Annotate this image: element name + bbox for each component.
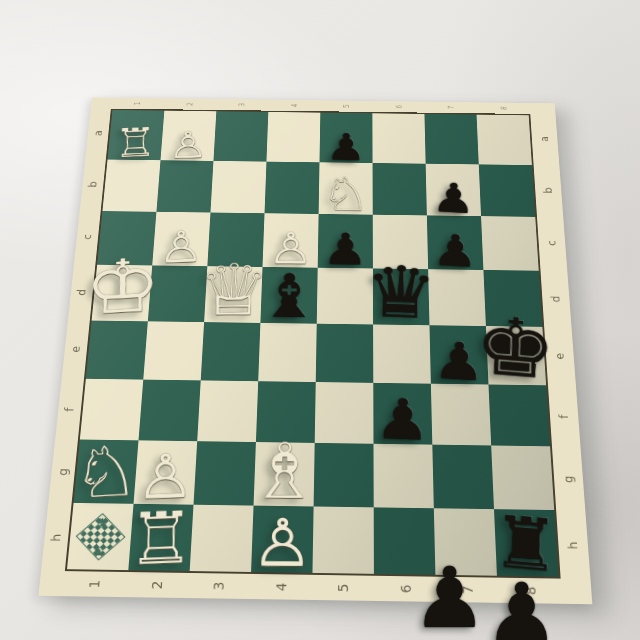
us-chess-corner-logo: ♞♞	[76, 513, 126, 561]
captured-black-pawn-1[interactable]: ♟	[412, 556, 487, 640]
square-e8[interactable]: ♚	[486, 326, 546, 385]
square-b6[interactable]	[373, 163, 427, 215]
square-e2[interactable]	[143, 321, 204, 380]
piece-white-pawn-h4[interactable]: ♙	[251, 510, 314, 576]
square-h2[interactable]: ♖	[128, 504, 193, 571]
piece-white-pawn-a2[interactable]: ♙	[168, 126, 208, 164]
square-b7[interactable]: ♟	[426, 164, 481, 216]
square-a1[interactable]: ♖	[108, 110, 165, 160]
piece-white-rook-a1[interactable]: ♖	[114, 122, 157, 163]
square-h5[interactable]	[312, 506, 373, 573]
square-b2[interactable]	[156, 160, 213, 212]
logo-knight-icon: ♞	[97, 515, 110, 529]
piece-white-knight-b5[interactable]: ♘	[321, 171, 371, 218]
piece-black-pawn-c5[interactable]: ♟	[322, 227, 368, 271]
piece-black-pawn-f6[interactable]: ♟	[374, 391, 430, 449]
piece-white-rook-h2[interactable]: ♖	[127, 502, 195, 575]
square-d4[interactable]: ♝	[260, 267, 317, 324]
piece-black-pawn-c7[interactable]: ♟	[432, 228, 478, 274]
piece-white-bishop-g4[interactable]: ♗	[246, 433, 321, 510]
square-a4[interactable]	[266, 112, 320, 162]
piece-black-queen-d6[interactable]: ♛	[363, 256, 437, 330]
square-a7[interactable]	[424, 114, 478, 164]
square-a8[interactable]	[477, 115, 532, 165]
piece-black-pawn-b7[interactable]: ♟	[431, 177, 475, 220]
square-b1[interactable]	[102, 160, 160, 212]
piece-white-pawn-c2[interactable]: ♙	[158, 225, 204, 270]
piece-black-king-e8[interactable]: ♚	[473, 305, 556, 391]
piece-black-bishop-d4[interactable]: ♝	[258, 266, 320, 326]
square-h3[interactable]	[190, 505, 254, 572]
square-g4[interactable]: ♗	[254, 442, 315, 506]
square-b4[interactable]	[265, 162, 320, 214]
playing-area: ♖♙♟♘♟♙♙♟♟♔♕♝♛♟♚♟♘♙♗♞♞♖♙♜	[65, 109, 561, 579]
square-b8[interactable]	[479, 164, 535, 216]
photo-scene: 12345678 abcdefgh abcdefgh 12345678 ♘ US…	[0, 0, 640, 640]
square-b5[interactable]: ♘	[319, 162, 373, 214]
square-c4[interactable]: ♙	[263, 213, 319, 267]
chess-board-grid: ♖♙♟♘♟♙♙♟♟♔♕♝♛♟♚♟♘♙♗♞♞♖♙♜	[67, 110, 559, 577]
captured-black-pawn-2[interactable]: ♟	[484, 572, 559, 640]
square-g5[interactable]	[314, 443, 374, 507]
piece-white-king-d1[interactable]: ♔	[84, 249, 161, 326]
square-a3[interactable]	[213, 111, 268, 161]
square-b3[interactable]	[210, 161, 266, 213]
square-a2[interactable]: ♙	[160, 111, 216, 161]
square-f5[interactable]	[315, 382, 374, 444]
square-f6[interactable]: ♟	[373, 383, 432, 445]
square-c5[interactable]: ♟	[318, 214, 373, 269]
square-d6[interactable]: ♛	[373, 268, 430, 325]
square-e4[interactable]	[258, 323, 317, 382]
square-h4[interactable]: ♙	[251, 506, 314, 573]
square-f2[interactable]	[139, 380, 201, 442]
square-d1[interactable]: ♔	[92, 265, 153, 322]
square-g7[interactable]	[432, 445, 494, 510]
square-c8[interactable]	[481, 216, 539, 271]
logo-knight-icon: ♞	[92, 543, 105, 557]
chess-board-sheet: 12345678 abcdefgh abcdefgh 12345678 ♘ US…	[38, 97, 592, 604]
square-a5[interactable]: ♟	[319, 113, 372, 163]
square-e5[interactable]	[316, 324, 374, 383]
square-g2[interactable]: ♙	[134, 440, 198, 504]
square-g6[interactable]	[373, 444, 433, 508]
square-a6[interactable]	[372, 113, 425, 163]
square-d3[interactable]: ♕	[204, 266, 262, 323]
piece-black-pawn-a5[interactable]: ♟	[326, 128, 366, 166]
square-g1[interactable]: ♘	[74, 440, 139, 504]
